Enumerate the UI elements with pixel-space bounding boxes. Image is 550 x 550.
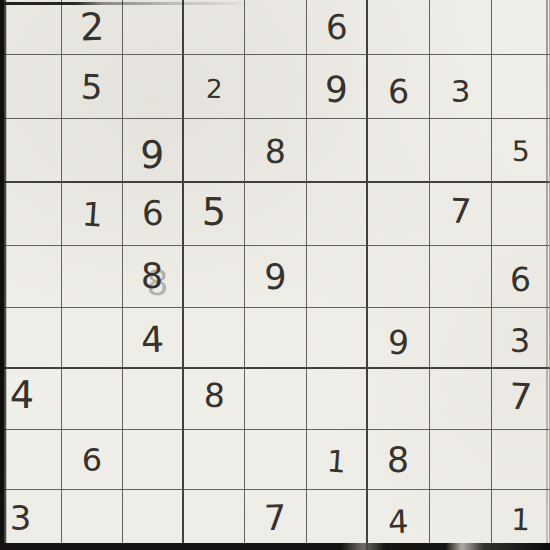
cell-r7c6 — [307, 369, 368, 430]
cell-r2c6: 9 — [307, 55, 368, 119]
cell-r8c8 — [430, 430, 492, 490]
cell-r2c9 — [492, 55, 550, 119]
cell-r7c1: 4 — [0, 369, 62, 430]
cell-r8c2: 6 — [62, 430, 123, 490]
cell-r1c4 — [184, 0, 245, 55]
cell-r6c9: 3 — [492, 308, 550, 369]
cell-r7c4: 8 — [184, 369, 245, 430]
cell-r3c7 — [368, 119, 430, 183]
cell-r7c2 — [62, 369, 123, 430]
cell-r7c3 — [123, 369, 184, 430]
given-digit: 8 — [141, 259, 164, 294]
given-digit: 8 — [265, 134, 286, 167]
given-digit: 4 — [10, 376, 35, 414]
given-digit: 1 — [510, 505, 530, 536]
given-digit: 9 — [325, 71, 348, 107]
cell-r5c4 — [184, 246, 245, 308]
cell-r2c8: 3 — [430, 55, 492, 119]
cell-r5c9: 6 — [492, 246, 550, 308]
cell-r5c2 — [62, 246, 123, 308]
cell-r3c1 — [0, 119, 62, 183]
cell-r9c7: 4 — [368, 490, 430, 550]
given-digit: 6 — [510, 263, 532, 297]
given-digit: 6 — [141, 196, 163, 231]
given-digit: 4 — [140, 321, 164, 358]
sudoku-board-scan: 2652963985165788964934876183741 — [0, 0, 550, 550]
cell-r6c7: 9 — [368, 308, 430, 369]
given-digit: 4 — [388, 506, 410, 539]
cell-r9c3 — [123, 490, 184, 550]
cell-r4c7 — [368, 183, 430, 246]
scan-edge-bottom — [0, 543, 550, 550]
cell-r1c5 — [245, 0, 307, 55]
given-digit: 8 — [203, 378, 225, 412]
scan-right-border — [546, 0, 548, 550]
cell-r7c5 — [245, 369, 307, 430]
cell-r3c8 — [430, 119, 492, 183]
cell-r2c5 — [245, 55, 307, 119]
cell-r9c8 — [430, 490, 492, 550]
given-digit: 3 — [451, 76, 471, 107]
cell-r7c9: 7 — [492, 369, 550, 430]
cell-r1c9 — [492, 0, 550, 55]
cell-r3c6 — [307, 119, 368, 183]
cell-r5c6 — [307, 246, 368, 308]
cell-r7c7 — [368, 369, 430, 430]
cell-r9c6 — [307, 490, 368, 550]
given-digit: 9 — [264, 260, 286, 295]
given-digit: 5 — [202, 193, 227, 231]
given-digit: 6 — [387, 75, 409, 109]
given-digit: 5 — [81, 69, 104, 104]
cell-r9c5: 7 — [245, 490, 307, 550]
cell-r8c1 — [0, 430, 62, 490]
cell-r2c3 — [123, 55, 184, 119]
cell-r9c4 — [184, 490, 245, 550]
given-digit: 9 — [140, 136, 165, 175]
cell-r5c8 — [430, 246, 492, 308]
cell-r8c7: 8 — [368, 430, 430, 490]
given-digit: 6 — [325, 10, 347, 45]
cell-r8c3 — [123, 430, 184, 490]
cell-r4c3: 6 — [123, 183, 184, 246]
cell-r8c6: 1 — [307, 430, 368, 490]
cell-r1c7 — [368, 0, 430, 55]
scan-edge-left — [0, 0, 7, 550]
cell-r1c8 — [430, 0, 492, 55]
cell-r6c3: 4 — [123, 308, 184, 369]
given-digit: 7 — [449, 194, 472, 229]
cell-r7c8 — [430, 369, 492, 430]
cell-r5c5: 9 — [245, 246, 307, 308]
cell-r3c4 — [184, 119, 245, 183]
cell-r6c2 — [62, 308, 123, 369]
cell-r6c5 — [245, 308, 307, 369]
given-digit: 5 — [511, 138, 529, 166]
scan-top-border — [0, 2, 255, 5]
cell-r3c9: 5 — [492, 119, 550, 183]
cell-r1c6: 6 — [307, 0, 368, 55]
cell-r3c2 — [62, 119, 123, 183]
cell-r4c9 — [492, 183, 550, 246]
cell-r3c3: 9 — [123, 119, 184, 183]
cell-r4c6 — [307, 183, 368, 246]
cell-r2c4: 2 — [184, 55, 245, 119]
cell-r9c1: 3 — [0, 490, 62, 550]
cell-r4c5 — [245, 183, 307, 246]
cell-r4c2: 1 — [62, 183, 123, 246]
cell-r2c1 — [0, 55, 62, 119]
cell-r2c7: 6 — [368, 55, 430, 119]
cell-r8c9 — [492, 430, 550, 490]
cell-r6c6 — [307, 308, 368, 369]
cell-r4c1 — [0, 183, 62, 246]
given-digit: 2 — [79, 8, 104, 47]
cell-r2c2: 5 — [62, 55, 123, 119]
cell-r6c4 — [184, 308, 245, 369]
cell-r1c1 — [0, 0, 62, 55]
cell-r5c1 — [0, 246, 62, 308]
cell-r9c9: 1 — [492, 490, 550, 550]
cell-r1c3 — [123, 0, 184, 55]
given-digit: 3 — [10, 501, 32, 535]
given-digit: 6 — [82, 444, 102, 476]
given-digit: 7 — [264, 500, 287, 536]
given-digit: 2 — [205, 75, 222, 101]
cell-r9c2 — [62, 490, 123, 550]
given-digit: 9 — [388, 326, 410, 360]
given-digit: 3 — [510, 324, 531, 356]
cell-r4c8: 7 — [430, 183, 492, 246]
cell-r1c2: 2 — [62, 0, 123, 55]
given-digit: 8 — [387, 443, 410, 478]
cell-r8c4 — [184, 430, 245, 490]
cell-r4c4: 5 — [184, 183, 245, 246]
cell-r3c5: 8 — [245, 119, 307, 183]
cell-r8c5 — [245, 430, 307, 490]
given-digit: 1 — [326, 446, 347, 477]
given-digit: 1 — [80, 197, 103, 231]
given-digit: 7 — [508, 378, 533, 415]
sudoku-grid: 2652963985165788964934876183741 — [0, 0, 550, 550]
cell-r6c1 — [0, 308, 62, 369]
cell-r5c7 — [368, 246, 430, 308]
cell-r5c3: 88 — [123, 246, 184, 308]
cell-r6c8 — [430, 308, 492, 369]
